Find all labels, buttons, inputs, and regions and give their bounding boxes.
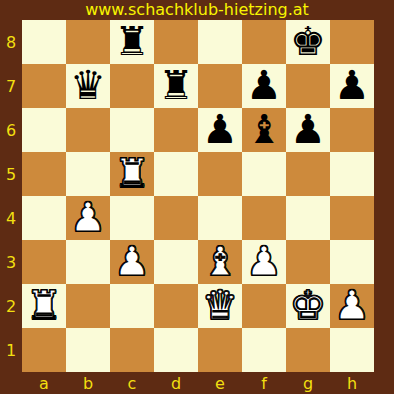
square-h1 — [330, 328, 374, 372]
white-pawn-piece: ♟ — [246, 241, 282, 281]
square-c1 — [110, 328, 154, 372]
square-c4 — [110, 196, 154, 240]
square-b6 — [66, 108, 110, 152]
white-pawn-piece: ♟ — [334, 285, 370, 325]
black-king-piece: ♚ — [290, 21, 326, 61]
square-c8: ♜ — [110, 20, 154, 64]
square-d1 — [154, 328, 198, 372]
square-f8 — [242, 20, 286, 64]
rank-label-1: 1 — [0, 328, 22, 372]
square-c3: ♟ — [110, 240, 154, 284]
white-pawn-piece: ♟ — [114, 241, 150, 281]
square-g8: ♚ — [286, 20, 330, 64]
square-f5 — [242, 152, 286, 196]
square-a1 — [22, 328, 66, 372]
square-g3 — [286, 240, 330, 284]
square-e8 — [198, 20, 242, 64]
square-g5 — [286, 152, 330, 196]
square-d3 — [154, 240, 198, 284]
square-b2 — [66, 284, 110, 328]
square-a7 — [22, 64, 66, 108]
square-a8 — [22, 20, 66, 64]
white-king-piece: ♚ — [290, 285, 326, 325]
header-title: www.schachklub-hietzing.at — [0, 0, 394, 20]
file-label-f: f — [242, 372, 286, 394]
board: ♜♚♛♜♟♟♟♝♟♜♟♟♝♟♜♛♚♟ — [22, 20, 374, 372]
square-e3: ♝ — [198, 240, 242, 284]
black-rook-piece: ♜ — [158, 65, 194, 105]
square-b3 — [66, 240, 110, 284]
square-e6: ♟ — [198, 108, 242, 152]
black-bishop-piece: ♝ — [246, 109, 282, 149]
square-c6 — [110, 108, 154, 152]
rank-label-5: 5 — [0, 152, 22, 196]
file-labels: abcdefgh — [22, 372, 374, 394]
black-pawn-piece: ♟ — [334, 65, 370, 105]
square-b5 — [66, 152, 110, 196]
square-e5 — [198, 152, 242, 196]
black-queen-piece: ♛ — [70, 65, 106, 105]
rank-label-4: 4 — [0, 196, 22, 240]
rank-labels: 87654321 — [0, 20, 22, 372]
white-rook-piece: ♜ — [26, 285, 62, 325]
square-h4 — [330, 196, 374, 240]
square-a4 — [22, 196, 66, 240]
square-d5 — [154, 152, 198, 196]
square-h2: ♟ — [330, 284, 374, 328]
square-f6: ♝ — [242, 108, 286, 152]
square-c2 — [110, 284, 154, 328]
file-label-b: b — [66, 372, 110, 394]
square-g2: ♚ — [286, 284, 330, 328]
square-b7: ♛ — [66, 64, 110, 108]
square-c7 — [110, 64, 154, 108]
rank-label-8: 8 — [0, 20, 22, 64]
white-rook-piece: ♜ — [114, 153, 150, 193]
rank-label-7: 7 — [0, 64, 22, 108]
white-pawn-piece: ♟ — [70, 197, 106, 237]
black-pawn-piece: ♟ — [202, 109, 238, 149]
square-h6 — [330, 108, 374, 152]
black-pawn-piece: ♟ — [290, 109, 326, 149]
square-a3 — [22, 240, 66, 284]
chess-diagram: www.schachklub-hietzing.at 87654321 ♜♚♛♜… — [0, 0, 394, 394]
file-label-h: h — [330, 372, 374, 394]
rank-label-2: 2 — [0, 284, 22, 328]
square-e2: ♛ — [198, 284, 242, 328]
square-f4 — [242, 196, 286, 240]
square-g4 — [286, 196, 330, 240]
square-h7: ♟ — [330, 64, 374, 108]
square-a2: ♜ — [22, 284, 66, 328]
square-h8 — [330, 20, 374, 64]
file-label-c: c — [110, 372, 154, 394]
square-b1 — [66, 328, 110, 372]
file-label-d: d — [154, 372, 198, 394]
square-c5: ♜ — [110, 152, 154, 196]
square-f1 — [242, 328, 286, 372]
rank-label-3: 3 — [0, 240, 22, 284]
square-f7: ♟ — [242, 64, 286, 108]
square-d2 — [154, 284, 198, 328]
square-g6: ♟ — [286, 108, 330, 152]
file-label-e: e — [198, 372, 242, 394]
black-rook-piece: ♜ — [114, 21, 150, 61]
square-e4 — [198, 196, 242, 240]
square-g7 — [286, 64, 330, 108]
file-label-a: a — [22, 372, 66, 394]
square-f3: ♟ — [242, 240, 286, 284]
square-e1 — [198, 328, 242, 372]
square-d7: ♜ — [154, 64, 198, 108]
square-e7 — [198, 64, 242, 108]
square-f2 — [242, 284, 286, 328]
square-a6 — [22, 108, 66, 152]
rank-label-6: 6 — [0, 108, 22, 152]
square-d8 — [154, 20, 198, 64]
black-pawn-piece: ♟ — [246, 65, 282, 105]
square-b4: ♟ — [66, 196, 110, 240]
white-queen-piece: ♛ — [202, 285, 238, 325]
square-b8 — [66, 20, 110, 64]
square-h5 — [330, 152, 374, 196]
white-bishop-piece: ♝ — [202, 241, 238, 281]
square-g1 — [286, 328, 330, 372]
square-a5 — [22, 152, 66, 196]
file-label-g: g — [286, 372, 330, 394]
square-d6 — [154, 108, 198, 152]
square-h3 — [330, 240, 374, 284]
square-d4 — [154, 196, 198, 240]
